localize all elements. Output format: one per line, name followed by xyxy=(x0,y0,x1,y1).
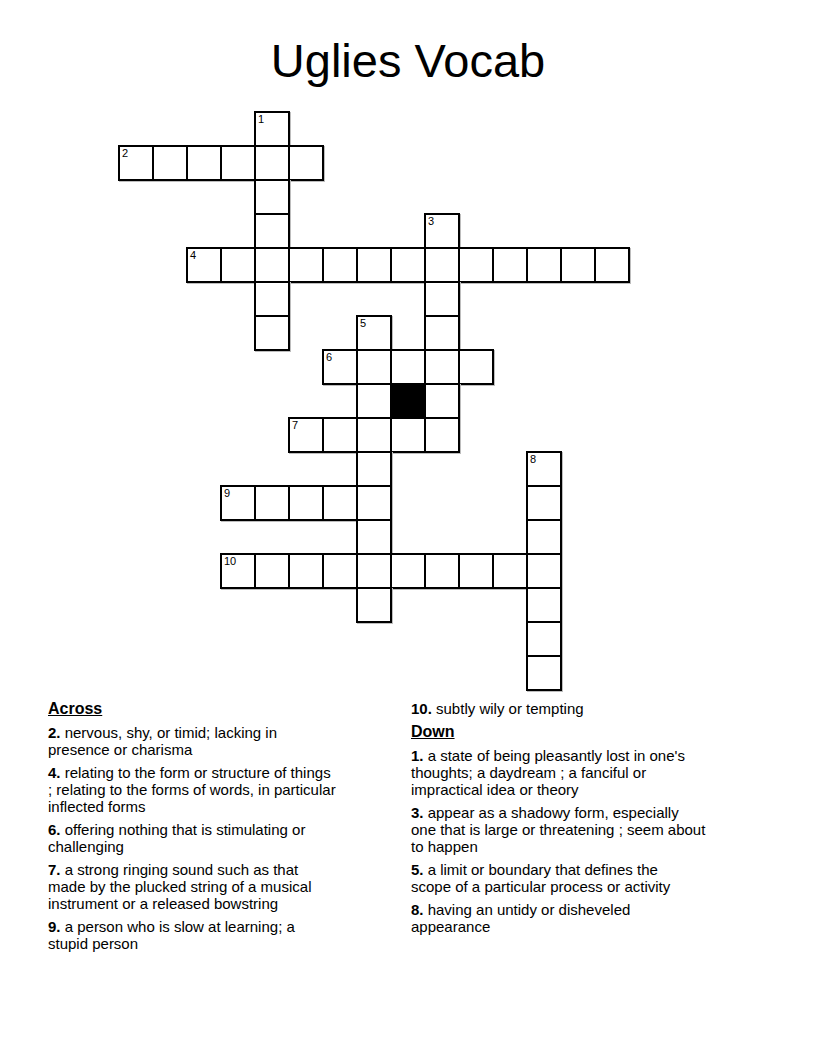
crossword-cell[interactable] xyxy=(356,485,392,521)
down-clues-column: 10. subtly wily or tempting Down 1. a st… xyxy=(411,700,781,941)
crossword-cell[interactable]: 7 xyxy=(288,417,324,453)
down-clue-8: 8. having an untidy or disheveledappeara… xyxy=(411,901,781,935)
clue-number-label: 4. xyxy=(48,764,61,781)
crossword-cell[interactable] xyxy=(254,485,290,521)
crossword-cell[interactable] xyxy=(356,553,392,589)
crossword-cell[interactable] xyxy=(594,247,630,283)
crossword-cell[interactable] xyxy=(254,553,290,589)
down-clue-5: 5. a limit or boundary that defines thes… xyxy=(411,861,781,895)
crossword-cell[interactable] xyxy=(458,553,494,589)
clue-number: 6 xyxy=(326,351,332,364)
crossword-cell[interactable] xyxy=(390,553,426,589)
across-clue-9: 9. a person who is slow at learning; ast… xyxy=(48,918,400,952)
across-clue-10: 10. subtly wily or tempting xyxy=(411,700,781,717)
clue-number: 1 xyxy=(258,113,264,126)
across-clue-4: 4. relating to the form or structure of … xyxy=(48,764,400,815)
puzzle-title: Uglies Vocab xyxy=(0,33,816,88)
across-clues-column: Across 2. nervous, shy, or timid; lackin… xyxy=(48,700,400,958)
crossword-cell[interactable] xyxy=(526,485,562,521)
crossword-cell[interactable] xyxy=(322,485,358,521)
crossword-cell[interactable] xyxy=(152,145,188,181)
clue-number-label: 8. xyxy=(411,901,424,918)
crossword-cell[interactable] xyxy=(390,349,426,385)
crossword-cell[interactable] xyxy=(526,519,562,555)
crossword-cell[interactable] xyxy=(526,655,562,691)
crossword-cell[interactable] xyxy=(220,247,256,283)
down-clue-3: 3. appear as a shadowy form, especiallyo… xyxy=(411,804,781,855)
clue-number: 8 xyxy=(530,453,536,466)
crossword-cell[interactable] xyxy=(458,247,494,283)
clue-number-label: 9. xyxy=(48,918,61,935)
across-header: Across xyxy=(48,700,400,718)
clue-number-label: 6. xyxy=(48,821,61,838)
crossword-cell[interactable]: 8 xyxy=(526,451,562,487)
crossword-cell[interactable] xyxy=(424,315,460,351)
clue-number-label: 3. xyxy=(411,804,424,821)
clue-number-label: 7. xyxy=(48,861,61,878)
crossword-cell[interactable] xyxy=(492,553,528,589)
clue-number: 10 xyxy=(224,555,236,568)
crossword-cell[interactable]: 3 xyxy=(424,213,460,249)
crossword-cell[interactable] xyxy=(288,553,324,589)
crossword-cell[interactable] xyxy=(424,553,460,589)
down-header: Down xyxy=(411,723,781,741)
across-clues-list: 2. nervous, shy, or timid; lacking inpre… xyxy=(48,724,400,952)
crossword-cell[interactable] xyxy=(288,485,324,521)
down-clues-list: 1. a state of being pleasantly lost in o… xyxy=(411,747,781,935)
clue-number: 5 xyxy=(360,317,366,330)
crossword-cell[interactable] xyxy=(186,145,222,181)
clue-number: 9 xyxy=(224,487,230,500)
crossword-cell[interactable] xyxy=(322,247,358,283)
crossword-cell[interactable] xyxy=(254,281,290,317)
crossword-cell[interactable] xyxy=(322,417,358,453)
clue-number: 7 xyxy=(292,419,298,432)
crossword-page: Uglies Vocab 12345678910 Across 2. nervo… xyxy=(0,0,816,1056)
crossword-cell[interactable]: 4 xyxy=(186,247,222,283)
crossword-cell[interactable] xyxy=(322,553,358,589)
crossword-cell[interactable]: 10 xyxy=(220,553,256,589)
crossword-cell[interactable] xyxy=(424,281,460,317)
crossword-cell[interactable] xyxy=(356,383,392,419)
crossword-cell[interactable] xyxy=(458,349,494,385)
clue-number-label: 1. xyxy=(411,747,424,764)
clue-number: 3 xyxy=(428,215,434,228)
crossword-cell[interactable] xyxy=(254,315,290,351)
across-clues-overflow: 10. subtly wily or tempting xyxy=(411,700,781,717)
crossword-cell[interactable] xyxy=(492,247,528,283)
clue-number: 4 xyxy=(190,249,196,262)
blocked-cell xyxy=(390,383,426,419)
crossword-cell[interactable] xyxy=(526,587,562,623)
crossword-cell[interactable]: 1 xyxy=(254,111,290,147)
crossword-cell[interactable] xyxy=(254,247,290,283)
crossword-cell[interactable]: 2 xyxy=(118,145,154,181)
down-clue-1: 1. a state of being pleasantly lost in o… xyxy=(411,747,781,798)
crossword-cell[interactable] xyxy=(356,451,392,487)
crossword-cell[interactable] xyxy=(356,349,392,385)
crossword-cell[interactable] xyxy=(288,247,324,283)
crossword-cell[interactable] xyxy=(424,417,460,453)
crossword-cell[interactable] xyxy=(390,247,426,283)
crossword-cell[interactable] xyxy=(288,145,324,181)
crossword-cell[interactable] xyxy=(526,247,562,283)
crossword-cell[interactable] xyxy=(356,519,392,555)
crossword-cell[interactable] xyxy=(356,247,392,283)
crossword-grid: 12345678910 xyxy=(118,111,630,691)
crossword-cell[interactable] xyxy=(254,179,290,215)
crossword-cell[interactable]: 6 xyxy=(322,349,358,385)
crossword-cell[interactable] xyxy=(356,417,392,453)
crossword-cell[interactable] xyxy=(254,145,290,181)
crossword-cell[interactable] xyxy=(424,349,460,385)
crossword-cell[interactable] xyxy=(560,247,596,283)
clue-number: 2 xyxy=(122,147,128,160)
crossword-cell[interactable] xyxy=(390,417,426,453)
clue-number-label: 10. xyxy=(411,700,432,717)
crossword-cell[interactable] xyxy=(254,213,290,249)
crossword-cell[interactable]: 5 xyxy=(356,315,392,351)
across-clue-2: 2. nervous, shy, or timid; lacking inpre… xyxy=(48,724,400,758)
crossword-cell[interactable] xyxy=(220,145,256,181)
across-clue-6: 6. offering nothing that is stimulating … xyxy=(48,821,400,855)
clue-number-label: 2. xyxy=(48,724,61,741)
crossword-cell[interactable] xyxy=(424,247,460,283)
across-clue-7: 7. a strong ringing sound such as thatma… xyxy=(48,861,400,912)
crossword-cell[interactable]: 9 xyxy=(220,485,256,521)
clue-number-label: 5. xyxy=(411,861,424,878)
crossword-cell[interactable] xyxy=(424,383,460,419)
crossword-cell[interactable] xyxy=(526,553,562,589)
crossword-cell[interactable] xyxy=(526,621,562,657)
crossword-cell[interactable] xyxy=(356,587,392,623)
